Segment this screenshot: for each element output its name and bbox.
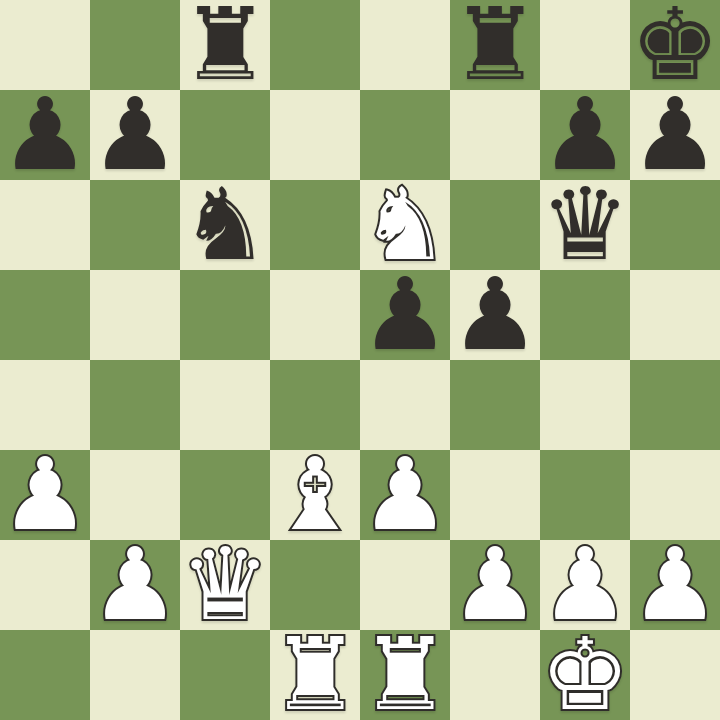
square-h2[interactable]: ♟ xyxy=(630,540,720,630)
square-a5[interactable] xyxy=(0,270,90,360)
square-e8[interactable] xyxy=(360,0,450,90)
square-f8[interactable]: ♜ xyxy=(450,0,540,90)
white-king[interactable]: ♚ xyxy=(540,630,630,720)
square-c4[interactable] xyxy=(180,360,270,450)
black-queen[interactable]: ♛ xyxy=(540,180,630,270)
square-g4[interactable] xyxy=(540,360,630,450)
square-g1[interactable]: ♚ xyxy=(540,630,630,720)
black-pawn[interactable]: ♟ xyxy=(0,90,90,180)
square-d8[interactable] xyxy=(270,0,360,90)
black-pawn[interactable]: ♟ xyxy=(630,90,720,180)
square-b4[interactable] xyxy=(90,360,180,450)
white-queen[interactable]: ♛ xyxy=(180,540,270,630)
white-pawn[interactable]: ♟ xyxy=(630,540,720,630)
square-g5[interactable] xyxy=(540,270,630,360)
square-f7[interactable] xyxy=(450,90,540,180)
square-c1[interactable] xyxy=(180,630,270,720)
square-d3[interactable]: ♝ xyxy=(270,450,360,540)
square-d5[interactable] xyxy=(270,270,360,360)
square-h5[interactable] xyxy=(630,270,720,360)
square-f4[interactable] xyxy=(450,360,540,450)
square-c6[interactable]: ♞ xyxy=(180,180,270,270)
white-rook[interactable]: ♜ xyxy=(360,630,450,720)
white-pawn[interactable]: ♟ xyxy=(90,540,180,630)
chess-board: ♜♜♚♟♟♟♟♞♞♛♟♟♟♝♟♟♛♟♟♟♜♜♚ xyxy=(0,0,720,720)
square-c5[interactable] xyxy=(180,270,270,360)
square-b5[interactable] xyxy=(90,270,180,360)
black-pawn[interactable]: ♟ xyxy=(360,270,450,360)
square-b7[interactable]: ♟ xyxy=(90,90,180,180)
black-pawn[interactable]: ♟ xyxy=(450,270,540,360)
square-a7[interactable]: ♟ xyxy=(0,90,90,180)
square-d6[interactable] xyxy=(270,180,360,270)
square-b2[interactable]: ♟ xyxy=(90,540,180,630)
black-knight[interactable]: ♞ xyxy=(180,180,270,270)
white-bishop[interactable]: ♝ xyxy=(270,450,360,540)
square-f1[interactable] xyxy=(450,630,540,720)
square-h4[interactable] xyxy=(630,360,720,450)
white-pawn[interactable]: ♟ xyxy=(0,450,90,540)
square-f2[interactable]: ♟ xyxy=(450,540,540,630)
square-h1[interactable] xyxy=(630,630,720,720)
square-g6[interactable]: ♛ xyxy=(540,180,630,270)
square-a1[interactable] xyxy=(0,630,90,720)
black-pawn[interactable]: ♟ xyxy=(90,90,180,180)
square-a2[interactable] xyxy=(0,540,90,630)
square-b6[interactable] xyxy=(90,180,180,270)
square-a6[interactable] xyxy=(0,180,90,270)
square-e5[interactable]: ♟ xyxy=(360,270,450,360)
square-f5[interactable]: ♟ xyxy=(450,270,540,360)
white-rook[interactable]: ♜ xyxy=(270,630,360,720)
square-h7[interactable]: ♟ xyxy=(630,90,720,180)
square-a3[interactable]: ♟ xyxy=(0,450,90,540)
black-rook[interactable]: ♜ xyxy=(450,0,540,90)
square-c8[interactable]: ♜ xyxy=(180,0,270,90)
white-pawn[interactable]: ♟ xyxy=(450,540,540,630)
square-e1[interactable]: ♜ xyxy=(360,630,450,720)
square-b1[interactable] xyxy=(90,630,180,720)
square-d7[interactable] xyxy=(270,90,360,180)
square-h6[interactable] xyxy=(630,180,720,270)
square-c2[interactable]: ♛ xyxy=(180,540,270,630)
square-d1[interactable]: ♜ xyxy=(270,630,360,720)
black-rook[interactable]: ♜ xyxy=(180,0,270,90)
white-pawn[interactable]: ♟ xyxy=(360,450,450,540)
square-e3[interactable]: ♟ xyxy=(360,450,450,540)
